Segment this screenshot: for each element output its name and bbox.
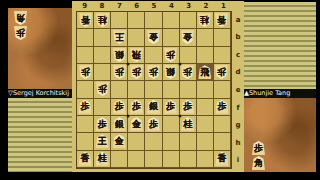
square-7f[interactable]: 歩 <box>111 99 128 116</box>
square-5h[interactable] <box>145 133 162 150</box>
sente-piece-9f[interactable]: 歩 <box>79 100 92 114</box>
sente-piece-9i[interactable]: 香 <box>79 152 92 166</box>
gote-piece-7c[interactable]: 銀 <box>113 48 126 62</box>
square-9i[interactable]: 香 <box>77 151 94 168</box>
rank-label-g: g <box>232 116 244 134</box>
file-label-6: 6 <box>128 1 145 11</box>
gote-piece-4c[interactable]: 歩 <box>164 48 177 62</box>
square-4g[interactable] <box>163 116 180 133</box>
rank-label-h: h <box>232 134 244 152</box>
file-label-4: 4 <box>163 1 180 11</box>
rank-label-f: f <box>232 99 244 117</box>
square-1f[interactable]: 歩 <box>214 99 231 116</box>
sente-hand-piece-角[interactable]: 角 <box>252 156 265 170</box>
square-3i[interactable] <box>180 151 197 168</box>
square-3d[interactable]: 歩 <box>180 64 197 81</box>
gote-piece-5b[interactable]: 金 <box>147 30 160 44</box>
square-8i[interactable]: 桂 <box>94 151 111 168</box>
rank-label-e: e <box>232 81 244 99</box>
square-1e[interactable] <box>214 81 231 98</box>
file-label-1: 1 <box>215 1 232 11</box>
square-7a[interactable] <box>111 12 128 29</box>
square-2e[interactable] <box>197 81 214 98</box>
square-2b[interactable] <box>197 29 214 46</box>
gote-piece-6c[interactable]: 飛 <box>130 48 143 62</box>
gote-piece-7b[interactable]: 王 <box>113 30 126 44</box>
gote-piece-8a[interactable]: 桂 <box>96 13 109 27</box>
sente-piece-5g[interactable]: 歩 <box>147 117 160 131</box>
sente-piece-stand: 歩角 <box>244 98 316 172</box>
square-6e[interactable] <box>128 81 145 98</box>
square-5g[interactable]: 歩 <box>145 116 162 133</box>
gote-hand-pieces: 角歩 <box>14 11 27 40</box>
square-2i[interactable] <box>197 151 214 168</box>
square-8e[interactable]: 歩 <box>94 81 111 98</box>
square-7d[interactable]: 歩 <box>111 64 128 81</box>
file-label-9: 9 <box>76 1 93 11</box>
gote-piece-1a[interactable]: 香 <box>215 13 228 27</box>
square-9h[interactable] <box>77 133 94 150</box>
square-5b[interactable]: 金 <box>145 29 162 46</box>
sente-piece-7f[interactable]: 歩 <box>113 100 126 114</box>
square-6b[interactable] <box>128 29 145 46</box>
square-9b[interactable] <box>77 29 94 46</box>
sente-piece-5f[interactable]: 銀 <box>147 100 160 114</box>
gote-piece-stand: 角歩 <box>8 8 72 89</box>
square-1g[interactable] <box>214 116 231 133</box>
gote-piece-9d[interactable]: 歩 <box>79 65 92 79</box>
rank-label-a: a <box>232 11 244 29</box>
square-9c[interactable] <box>77 47 94 64</box>
gote-piece-4d[interactable]: 銀 <box>164 65 177 79</box>
square-4h[interactable] <box>163 133 180 150</box>
square-6a[interactable] <box>128 12 145 29</box>
square-5d[interactable]: 歩 <box>145 64 162 81</box>
sente-piece-3f[interactable]: 歩 <box>181 100 194 114</box>
sente-piece-8h[interactable]: 王 <box>96 134 109 148</box>
square-9f[interactable]: 歩 <box>77 99 94 116</box>
square-5a[interactable] <box>145 12 162 29</box>
gote-piece-5d[interactable]: 歩 <box>147 65 160 79</box>
square-2h[interactable] <box>197 133 214 150</box>
star-point <box>127 63 130 66</box>
square-4a[interactable] <box>163 12 180 29</box>
sente-piece-1f[interactable]: 歩 <box>215 100 228 114</box>
star-point <box>178 63 181 66</box>
square-2d[interactable]: 飛 <box>197 64 214 81</box>
square-2c[interactable] <box>197 47 214 64</box>
rank-label-d: d <box>232 64 244 82</box>
right-side-panel <box>244 2 316 89</box>
rank-coordinate-labels: abcdefghi <box>232 11 244 169</box>
square-6i[interactable] <box>128 151 145 168</box>
sente-hand-pieces: 歩角 <box>252 141 265 170</box>
square-6g[interactable]: 金 <box>128 116 145 133</box>
square-5i[interactable] <box>145 151 162 168</box>
square-3h[interactable] <box>180 133 197 150</box>
square-1c[interactable] <box>214 47 231 64</box>
square-4d[interactable]: 銀 <box>163 64 180 81</box>
square-2a[interactable]: 桂 <box>197 12 214 29</box>
gote-piece-9a[interactable]: 香 <box>79 13 92 27</box>
sente-piece-6f[interactable]: 歩 <box>130 100 143 114</box>
gote-piece-7d[interactable]: 歩 <box>113 65 126 79</box>
gote-piece-3b[interactable]: 金 <box>181 30 194 44</box>
gote-piece-2a[interactable]: 桂 <box>198 13 211 27</box>
star-point <box>127 115 130 118</box>
square-7e[interactable] <box>111 81 128 98</box>
square-6c[interactable]: 飛 <box>128 47 145 64</box>
gote-player-name: ▽Sergej Korchitskij <box>8 89 72 98</box>
file-label-3: 3 <box>180 1 197 11</box>
square-1i[interactable]: 香 <box>214 151 231 168</box>
square-9a[interactable]: 香 <box>77 12 94 29</box>
file-coordinate-labels: 987654321 <box>76 1 232 11</box>
square-9e[interactable] <box>77 81 94 98</box>
square-7h[interactable]: 金 <box>111 133 128 150</box>
square-7g[interactable]: 銀 <box>111 116 128 133</box>
board-panel: 987654321 香桂桂香王金金銀飛歩歩歩歩歩銀歩飛歩歩歩歩歩銀歩歩歩歩銀金歩… <box>72 1 244 172</box>
square-5f[interactable]: 銀 <box>145 99 162 116</box>
rank-label-c: c <box>232 46 244 64</box>
square-8a[interactable]: 桂 <box>94 12 111 29</box>
sente-player-name: ▲Shunjie Tang <box>244 89 316 98</box>
sente-piece-6g[interactable]: 金 <box>130 117 143 131</box>
gote-piece-6d[interactable]: 歩 <box>130 65 143 79</box>
square-3e[interactable] <box>180 81 197 98</box>
sente-piece-7g[interactable]: 銀 <box>113 117 126 131</box>
square-1a[interactable]: 香 <box>214 12 231 29</box>
square-2g[interactable] <box>197 116 214 133</box>
square-6d[interactable]: 歩 <box>128 64 145 81</box>
square-7b[interactable]: 王 <box>111 29 128 46</box>
left-side-panel <box>8 98 72 172</box>
sente-piece-4f[interactable]: 歩 <box>164 100 177 114</box>
shogi-board[interactable]: 香桂桂香王金金銀飛歩歩歩歩歩銀歩飛歩歩歩歩歩銀歩歩歩歩銀金歩桂王金香桂香 <box>76 11 232 169</box>
sente-piece-3g[interactable]: 桂 <box>181 117 194 131</box>
square-6h[interactable] <box>128 133 145 150</box>
square-6f[interactable]: 歩 <box>128 99 145 116</box>
file-label-5: 5 <box>145 1 162 11</box>
gote-hand-piece-歩[interactable]: 歩 <box>14 26 27 40</box>
square-4b[interactable] <box>163 29 180 46</box>
square-1h[interactable] <box>214 133 231 150</box>
file-label-2: 2 <box>197 1 214 11</box>
rank-label-b: b <box>232 29 244 47</box>
square-5c[interactable] <box>145 47 162 64</box>
sente-piece-8i[interactable]: 桂 <box>96 152 109 166</box>
square-8d[interactable] <box>94 64 111 81</box>
square-4e[interactable] <box>163 81 180 98</box>
gote-piece-3d[interactable]: 歩 <box>181 65 194 79</box>
square-5e[interactable] <box>145 81 162 98</box>
square-4c[interactable]: 歩 <box>163 47 180 64</box>
square-8h[interactable]: 王 <box>94 133 111 150</box>
file-label-8: 8 <box>93 1 110 11</box>
gote-hand-piece-角[interactable]: 角 <box>14 11 27 25</box>
gote-piece-8e[interactable]: 歩 <box>96 82 109 96</box>
square-9g[interactable] <box>77 116 94 133</box>
sente-piece-2d[interactable]: 飛 <box>198 65 211 79</box>
sente-piece-8g[interactable]: 歩 <box>96 117 109 131</box>
square-2f[interactable] <box>197 99 214 116</box>
file-label-7: 7 <box>111 1 128 11</box>
star-point <box>178 115 181 118</box>
square-8b[interactable] <box>94 29 111 46</box>
square-4i[interactable] <box>163 151 180 168</box>
gote-piece-1d[interactable]: 歩 <box>215 65 228 79</box>
square-9d[interactable]: 歩 <box>77 64 94 81</box>
square-1b[interactable] <box>214 29 231 46</box>
sente-piece-7h[interactable]: 金 <box>113 134 126 148</box>
square-8f[interactable] <box>94 99 111 116</box>
rank-label-i: i <box>232 151 244 169</box>
square-1d[interactable]: 歩 <box>214 64 231 81</box>
square-7c[interactable]: 銀 <box>111 47 128 64</box>
square-8g[interactable]: 歩 <box>94 116 111 133</box>
square-3c[interactable] <box>180 47 197 64</box>
square-8c[interactable] <box>94 47 111 64</box>
square-3g[interactable]: 桂 <box>180 116 197 133</box>
sente-hand-piece-歩[interactable]: 歩 <box>252 141 265 155</box>
square-7i[interactable] <box>111 151 128 168</box>
sente-piece-1i[interactable]: 香 <box>215 152 228 166</box>
square-3f[interactable]: 歩 <box>180 99 197 116</box>
square-3b[interactable]: 金 <box>180 29 197 46</box>
square-3a[interactable] <box>180 12 197 29</box>
square-4f[interactable]: 歩 <box>163 99 180 116</box>
